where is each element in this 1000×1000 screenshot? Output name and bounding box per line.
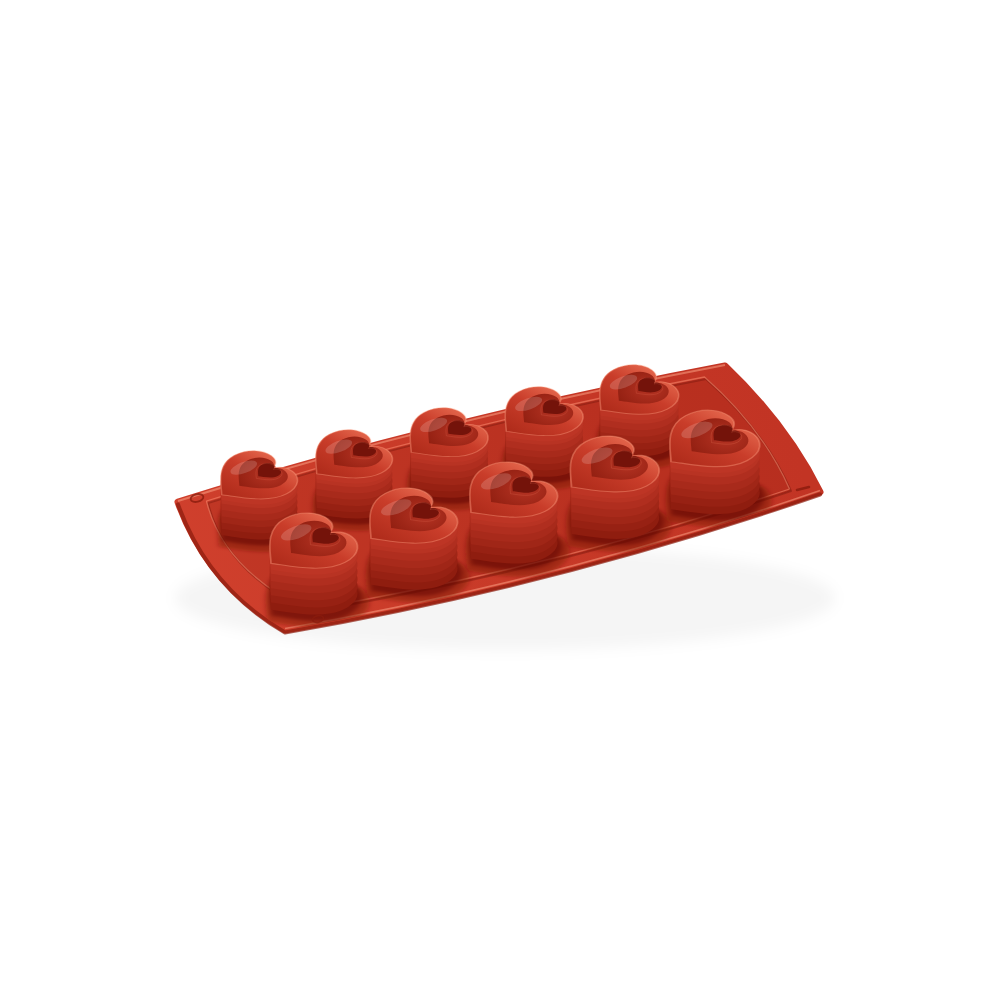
product-photo [0,0,1000,1000]
white-background [0,0,1000,1000]
mold-svg [0,0,1000,1000]
